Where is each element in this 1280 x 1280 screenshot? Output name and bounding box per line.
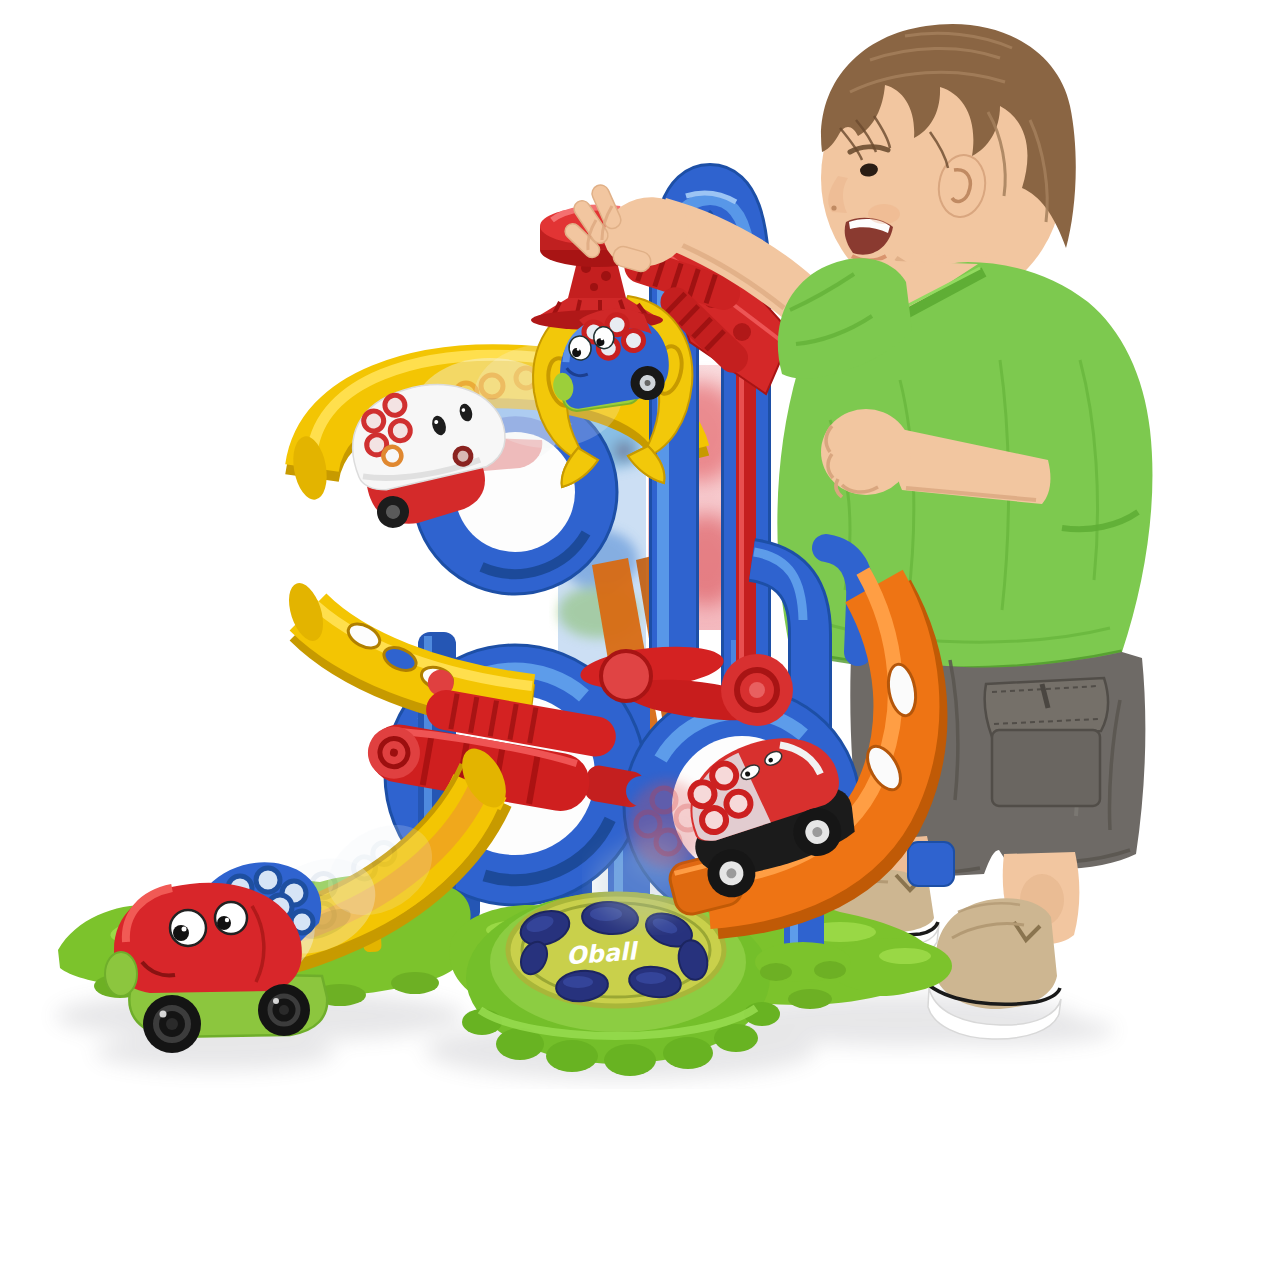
ramp-clamp <box>908 842 954 886</box>
scene-illustration: Oball <box>0 0 1280 1280</box>
oball-logo-text: Oball <box>565 937 640 970</box>
product-photo: Oball <box>0 0 1280 1280</box>
car-mouth <box>453 447 472 466</box>
finish-car <box>105 862 327 1053</box>
spiral-track-middle <box>282 579 532 710</box>
boy-fist <box>821 409 911 495</box>
cargo-pocket <box>992 730 1100 806</box>
